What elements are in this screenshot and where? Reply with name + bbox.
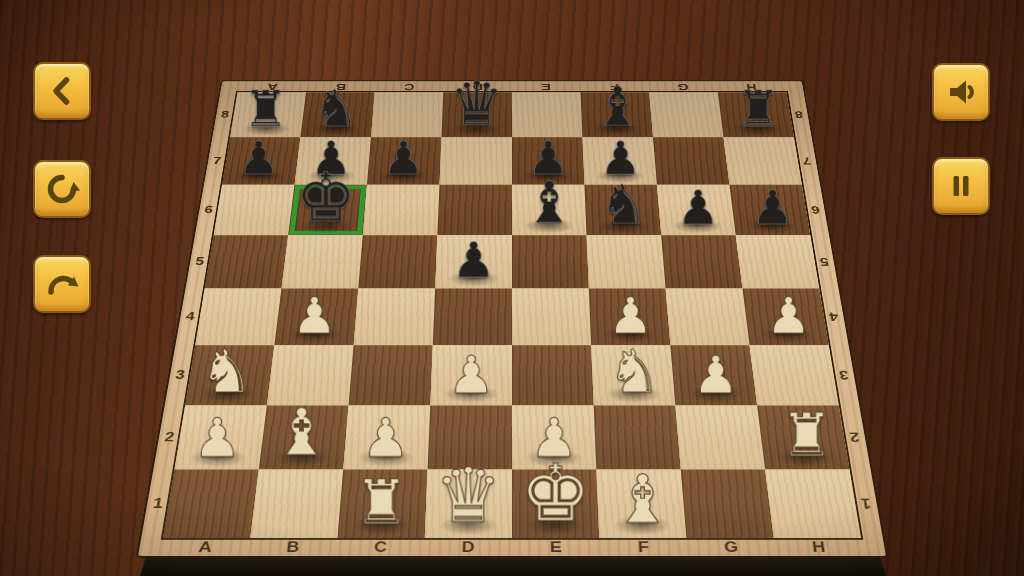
square-e4[interactable]	[512, 289, 591, 346]
black-bishop-glyph: ♝	[593, 80, 642, 134]
coordinate-label: E	[512, 81, 581, 92]
white-queen-d1[interactable]: ♛	[425, 470, 512, 539]
black-rook-glyph: ♜	[736, 85, 780, 135]
black-pawn-g6[interactable]: ♟	[657, 185, 736, 235]
white-rook-glyph: ♜	[354, 472, 409, 533]
redo-button[interactable]	[33, 255, 91, 313]
black-pawn-glyph: ♟	[677, 184, 719, 231]
square-a5[interactable]	[205, 235, 289, 288]
speaker-icon	[943, 74, 979, 110]
white-pawn-glyph: ♟	[292, 291, 337, 341]
black-rook-h8[interactable]: ♜	[718, 92, 794, 137]
square-g2[interactable]	[675, 405, 765, 469]
square-f5[interactable]	[587, 235, 666, 288]
square-a1[interactable]	[163, 470, 259, 539]
coordinate-label: B	[248, 538, 337, 556]
coordinate-label: C	[336, 538, 425, 556]
white-knight-glyph: ♞	[200, 342, 253, 401]
coordinate-label: E	[512, 538, 600, 556]
black-pawn-h6[interactable]: ♟	[729, 185, 810, 235]
restart-circular-arrow-icon	[44, 171, 80, 207]
pause-button[interactable]	[932, 157, 990, 215]
coordinate-label: H	[774, 538, 864, 556]
white-pawn-glyph: ♟	[693, 349, 740, 401]
white-knight-glyph: ♞	[608, 342, 661, 401]
square-h7[interactable]	[724, 137, 802, 185]
square-g7[interactable]	[653, 137, 729, 185]
coordinate-label: G	[687, 538, 776, 556]
black-pawn-glyph: ♟	[383, 135, 424, 181]
black-bishop-glyph: ♝	[523, 174, 575, 232]
square-b6[interactable]	[288, 185, 367, 235]
square-a6[interactable]	[214, 185, 295, 235]
redo-curved-arrow-icon	[44, 266, 80, 302]
coordinate-label: D	[424, 538, 512, 556]
square-c3[interactable]	[349, 345, 433, 405]
sound-button[interactable]	[932, 63, 990, 121]
square-h1[interactable]	[765, 470, 861, 539]
coordinate-label: C	[375, 81, 444, 92]
pause-icon	[943, 168, 979, 204]
white-pawn-glyph: ♟	[362, 411, 410, 465]
black-pawn-glyph: ♟	[751, 184, 793, 231]
white-bishop-glyph: ♝	[272, 400, 330, 465]
coordinate-label: F	[599, 538, 688, 556]
square-g5[interactable]	[661, 235, 742, 288]
black-knight-f6[interactable]: ♞	[584, 185, 661, 235]
white-queen-glyph: ♛	[435, 458, 502, 533]
square-g1[interactable]	[681, 470, 774, 539]
black-knight-glyph: ♞	[313, 83, 359, 134]
square-b5[interactable]	[282, 235, 363, 288]
square-c4[interactable]	[354, 289, 436, 346]
black-queen-glyph: ♛	[450, 73, 504, 134]
black-pawn-glyph: ♟	[238, 135, 279, 181]
square-h3[interactable]	[750, 345, 839, 405]
chess-board: ♜♞♛♝♜♟♟♟♟♟♚♝♞♟♟♟♟♟♟♞♟♞♟♟♝♟♟♜♜♛♚♝ 8765432…	[138, 81, 886, 556]
square-d7[interactable]	[440, 137, 512, 185]
white-king-e1[interactable]: ♚	[512, 470, 599, 539]
square-d4[interactable]	[433, 289, 512, 346]
square-e5[interactable]	[512, 235, 589, 288]
square-d6[interactable]	[437, 185, 512, 235]
white-pawn-glyph: ♟	[608, 291, 653, 341]
board-edge	[140, 554, 886, 576]
game-scene: ♜♞♛♝♜♟♟♟♟♟♚♝♞♟♟♟♟♟♟♞♟♞♟♟♝♟♟♜♜♛♚♝ 8765432…	[0, 0, 1024, 576]
black-pawn-glyph: ♟	[452, 236, 496, 285]
black-rook-glyph: ♜	[243, 85, 287, 135]
white-rook-glyph: ♜	[780, 406, 833, 465]
black-bishop-e6[interactable]: ♝	[512, 185, 587, 235]
square-e3[interactable]	[512, 345, 594, 405]
square-g4[interactable]	[666, 289, 750, 346]
coordinate-label: A	[160, 538, 250, 556]
square-h5[interactable]	[736, 235, 820, 288]
white-pawn-glyph: ♟	[766, 291, 811, 341]
black-queen-d8[interactable]: ♛	[441, 92, 512, 137]
black-knight-glyph: ♞	[599, 178, 648, 232]
chevron-left-icon	[44, 73, 80, 109]
back-button[interactable]	[33, 62, 91, 120]
coordinate-label: G	[648, 81, 718, 92]
white-pawn-glyph: ♟	[193, 411, 241, 465]
white-pawn-glyph: ♟	[448, 349, 495, 401]
file-labels-bottom: ABCDEFGH	[160, 538, 864, 556]
restart-button[interactable]	[33, 160, 91, 218]
square-b1[interactable]	[250, 470, 343, 539]
white-king-glyph: ♚	[520, 454, 591, 533]
square-c6[interactable]	[363, 185, 440, 235]
white-bishop-glyph: ♝	[612, 466, 672, 533]
board-frame: ♜♞♛♝♜♟♟♟♟♟♚♝♞♟♟♟♟♟♟♞♟♞♟♟♝♟♟♜♜♛♚♝ 8765432…	[138, 81, 886, 556]
square-g8[interactable]	[649, 92, 723, 137]
square-c5[interactable]	[358, 235, 437, 288]
